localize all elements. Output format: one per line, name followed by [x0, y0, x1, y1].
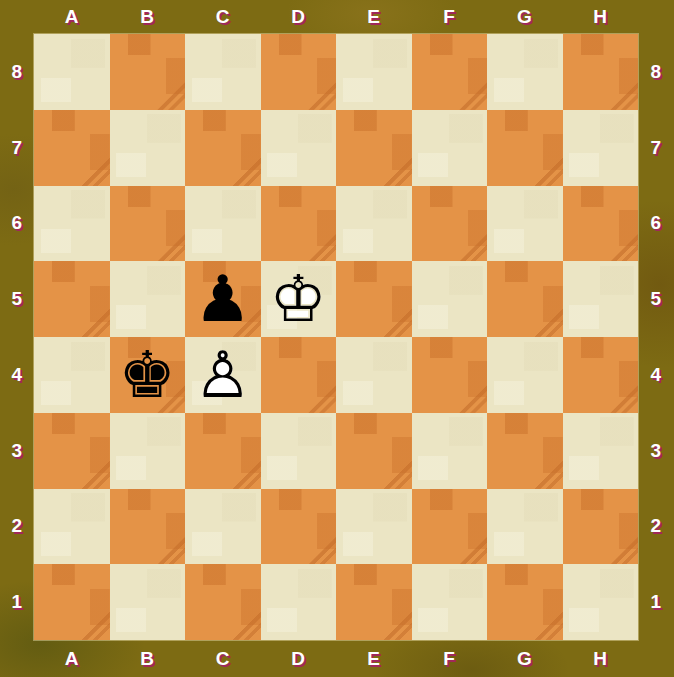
- square-b2[interactable]: [110, 489, 186, 565]
- piece-glyph: ♚: [110, 337, 186, 413]
- rank-label-left-5: 5: [0, 261, 34, 337]
- piece-white-pawn[interactable]: ♟♙: [185, 337, 261, 413]
- file-label-bottom-a: A: [34, 640, 110, 677]
- rank-label-right-4: 4: [638, 337, 674, 413]
- rank-label-left-7: 7: [0, 110, 34, 186]
- file-label-top-f: F: [412, 0, 488, 34]
- square-h6[interactable]: [563, 186, 639, 262]
- square-f7[interactable]: [412, 110, 488, 186]
- rank-labels-right: 87654321: [638, 34, 674, 640]
- square-a3[interactable]: [34, 413, 110, 489]
- rank-label-left-4: 4: [0, 337, 34, 413]
- rank-label-left-2: 2: [0, 489, 34, 565]
- square-e7[interactable]: [336, 110, 412, 186]
- board-area: ♟♚♔♚♟♙: [34, 34, 638, 640]
- file-label-top-c: C: [185, 0, 261, 34]
- square-a7[interactable]: [34, 110, 110, 186]
- square-d3[interactable]: [261, 413, 337, 489]
- square-c7[interactable]: [185, 110, 261, 186]
- rank-label-right-1: 1: [638, 564, 674, 640]
- square-d5[interactable]: ♚♔: [261, 261, 337, 337]
- file-label-top-d: D: [261, 0, 337, 34]
- square-a8[interactable]: [34, 34, 110, 110]
- rank-label-right-5: 5: [638, 261, 674, 337]
- square-f4[interactable]: [412, 337, 488, 413]
- square-d8[interactable]: [261, 34, 337, 110]
- file-label-top-a: A: [34, 0, 110, 34]
- rank-label-right-6: 6: [638, 186, 674, 262]
- square-h1[interactable]: [563, 564, 639, 640]
- square-d6[interactable]: [261, 186, 337, 262]
- square-d7[interactable]: [261, 110, 337, 186]
- square-h7[interactable]: [563, 110, 639, 186]
- square-c1[interactable]: [185, 564, 261, 640]
- square-b3[interactable]: [110, 413, 186, 489]
- square-g5[interactable]: [487, 261, 563, 337]
- square-e5[interactable]: [336, 261, 412, 337]
- square-a1[interactable]: [34, 564, 110, 640]
- piece-outline: ♔: [261, 261, 337, 337]
- file-label-bottom-c: C: [185, 640, 261, 677]
- rank-label-left-3: 3: [0, 413, 34, 489]
- rank-label-left-1: 1: [0, 564, 34, 640]
- square-b7[interactable]: [110, 110, 186, 186]
- rank-label-left-6: 6: [0, 186, 34, 262]
- square-c8[interactable]: [185, 34, 261, 110]
- square-e8[interactable]: [336, 34, 412, 110]
- square-g1[interactable]: [487, 564, 563, 640]
- file-label-top-h: H: [563, 0, 639, 34]
- square-d4[interactable]: [261, 337, 337, 413]
- square-e1[interactable]: [336, 564, 412, 640]
- square-b6[interactable]: [110, 186, 186, 262]
- square-g2[interactable]: [487, 489, 563, 565]
- square-f8[interactable]: [412, 34, 488, 110]
- square-d2[interactable]: [261, 489, 337, 565]
- square-e2[interactable]: [336, 489, 412, 565]
- file-labels-top: ABCDEFGH: [34, 0, 638, 34]
- square-a2[interactable]: [34, 489, 110, 565]
- square-f1[interactable]: [412, 564, 488, 640]
- file-label-top-b: B: [110, 0, 186, 34]
- square-h5[interactable]: [563, 261, 639, 337]
- rank-label-right-7: 7: [638, 110, 674, 186]
- square-f3[interactable]: [412, 413, 488, 489]
- square-h8[interactable]: [563, 34, 639, 110]
- rank-labels-left: 87654321: [0, 34, 34, 640]
- square-h4[interactable]: [563, 337, 639, 413]
- square-b8[interactable]: [110, 34, 186, 110]
- square-g3[interactable]: [487, 413, 563, 489]
- square-c2[interactable]: [185, 489, 261, 565]
- chess-board: ♟♚♔♚♟♙: [34, 34, 638, 640]
- square-e3[interactable]: [336, 413, 412, 489]
- square-d1[interactable]: [261, 564, 337, 640]
- piece-outline: ♙: [185, 337, 261, 413]
- file-label-bottom-e: E: [336, 640, 412, 677]
- square-h3[interactable]: [563, 413, 639, 489]
- square-f5[interactable]: [412, 261, 488, 337]
- rank-label-right-2: 2: [638, 489, 674, 565]
- square-a6[interactable]: [34, 186, 110, 262]
- chess-board-frame: ABCDEFGH ABCDEFGH 87654321 87654321 ♟♚♔♚…: [0, 0, 674, 677]
- square-a5[interactable]: [34, 261, 110, 337]
- square-a4[interactable]: [34, 337, 110, 413]
- rank-label-left-8: 8: [0, 34, 34, 110]
- square-e4[interactable]: [336, 337, 412, 413]
- rank-label-right-3: 3: [638, 413, 674, 489]
- piece-black-king[interactable]: ♚: [110, 337, 186, 413]
- file-label-bottom-b: B: [110, 640, 186, 677]
- piece-black-pawn[interactable]: ♟: [185, 261, 261, 337]
- piece-white-king[interactable]: ♚♔: [261, 261, 337, 337]
- file-label-bottom-g: G: [487, 640, 563, 677]
- square-f2[interactable]: [412, 489, 488, 565]
- file-label-bottom-h: H: [563, 640, 639, 677]
- square-b1[interactable]: [110, 564, 186, 640]
- file-label-top-g: G: [487, 0, 563, 34]
- square-c6[interactable]: [185, 186, 261, 262]
- square-c4[interactable]: ♟♙: [185, 337, 261, 413]
- square-c5[interactable]: ♟: [185, 261, 261, 337]
- rank-label-right-8: 8: [638, 34, 674, 110]
- square-f6[interactable]: [412, 186, 488, 262]
- file-label-top-e: E: [336, 0, 412, 34]
- square-g4[interactable]: [487, 337, 563, 413]
- square-g7[interactable]: [487, 110, 563, 186]
- square-h2[interactable]: [563, 489, 639, 565]
- square-g6[interactable]: [487, 186, 563, 262]
- square-b4[interactable]: ♚: [110, 337, 186, 413]
- square-c3[interactable]: [185, 413, 261, 489]
- piece-glyph: ♟: [185, 261, 261, 337]
- square-b5[interactable]: [110, 261, 186, 337]
- file-labels-bottom: ABCDEFGH: [34, 640, 638, 677]
- file-label-bottom-f: F: [412, 640, 488, 677]
- square-g8[interactable]: [487, 34, 563, 110]
- file-label-bottom-d: D: [261, 640, 337, 677]
- square-e6[interactable]: [336, 186, 412, 262]
